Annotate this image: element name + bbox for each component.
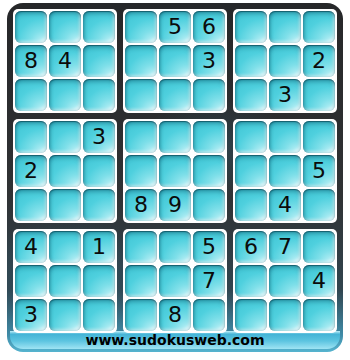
cell-r4c1[interactable] bbox=[15, 121, 47, 153]
box-1: 84 bbox=[13, 9, 117, 113]
cell-r8c6[interactable]: 7 bbox=[193, 265, 225, 297]
cell-r3c5[interactable] bbox=[159, 79, 191, 111]
cell-r7c6[interactable]: 5 bbox=[193, 231, 225, 263]
cell-r4c7[interactable] bbox=[235, 121, 267, 153]
cell-r8c5[interactable] bbox=[159, 265, 191, 297]
cell-r1c5[interactable]: 5 bbox=[159, 11, 191, 43]
cell-r7c1[interactable]: 4 bbox=[15, 231, 47, 263]
cell-r8c7[interactable] bbox=[235, 265, 267, 297]
cell-r6c2[interactable] bbox=[49, 189, 81, 221]
box-2: 563 bbox=[123, 9, 227, 113]
cell-r9c3[interactable] bbox=[83, 299, 115, 331]
cell-r2c1[interactable]: 8 bbox=[15, 45, 47, 77]
cell-r7c5[interactable] bbox=[159, 231, 191, 263]
cell-r1c1[interactable] bbox=[15, 11, 47, 43]
cell-r3c3[interactable] bbox=[83, 79, 115, 111]
cell-r5c3[interactable] bbox=[83, 155, 115, 187]
cell-r7c7[interactable]: 6 bbox=[235, 231, 267, 263]
cell-r8c1[interactable] bbox=[15, 265, 47, 297]
cell-r6c6[interactable] bbox=[193, 189, 225, 221]
box-4: 32 bbox=[13, 119, 117, 223]
cell-r6c4[interactable]: 8 bbox=[125, 189, 157, 221]
cell-r1c7[interactable] bbox=[235, 11, 267, 43]
cell-r3c4[interactable] bbox=[125, 79, 157, 111]
cell-r3c2[interactable] bbox=[49, 79, 81, 111]
cell-r5c8[interactable] bbox=[269, 155, 301, 187]
website-url: www.sudokusweb.com bbox=[85, 331, 264, 349]
cell-r6c3[interactable] bbox=[83, 189, 115, 221]
cell-r2c2[interactable]: 4 bbox=[49, 45, 81, 77]
board: 8456323328954413578674 bbox=[13, 9, 337, 333]
cell-r2c7[interactable] bbox=[235, 45, 267, 77]
cell-r2c4[interactable] bbox=[125, 45, 157, 77]
sudoku-screenshot: www.sudokusweb.com 845632332895441357867… bbox=[0, 0, 350, 360]
cell-r1c3[interactable] bbox=[83, 11, 115, 43]
footer-band: www.sudokusweb.com bbox=[10, 331, 340, 349]
cell-r2c8[interactable] bbox=[269, 45, 301, 77]
cell-r1c8[interactable] bbox=[269, 11, 301, 43]
cell-r8c8[interactable] bbox=[269, 265, 301, 297]
cell-r5c5[interactable] bbox=[159, 155, 191, 187]
cell-r6c9[interactable] bbox=[303, 189, 335, 221]
cell-r5c4[interactable] bbox=[125, 155, 157, 187]
cell-r3c6[interactable] bbox=[193, 79, 225, 111]
cell-r9c1[interactable]: 3 bbox=[15, 299, 47, 331]
cell-r8c4[interactable] bbox=[125, 265, 157, 297]
box-3: 23 bbox=[233, 9, 337, 113]
cell-r9c5[interactable]: 8 bbox=[159, 299, 191, 331]
cell-r8c3[interactable] bbox=[83, 265, 115, 297]
cell-r6c7[interactable] bbox=[235, 189, 267, 221]
cell-r3c8[interactable]: 3 bbox=[269, 79, 301, 111]
cell-r3c7[interactable] bbox=[235, 79, 267, 111]
cell-r5c2[interactable] bbox=[49, 155, 81, 187]
cell-r8c9[interactable]: 4 bbox=[303, 265, 335, 297]
cell-r1c2[interactable] bbox=[49, 11, 81, 43]
cell-r5c1[interactable]: 2 bbox=[15, 155, 47, 187]
cell-r5c6[interactable] bbox=[193, 155, 225, 187]
cell-r2c5[interactable] bbox=[159, 45, 191, 77]
cell-r6c8[interactable]: 4 bbox=[269, 189, 301, 221]
cell-r3c1[interactable] bbox=[15, 79, 47, 111]
cell-r4c3[interactable]: 3 bbox=[83, 121, 115, 153]
cell-r9c6[interactable] bbox=[193, 299, 225, 331]
box-6: 54 bbox=[233, 119, 337, 223]
cell-r1c6[interactable]: 6 bbox=[193, 11, 225, 43]
cell-r4c5[interactable] bbox=[159, 121, 191, 153]
cell-r9c8[interactable] bbox=[269, 299, 301, 331]
cell-r9c9[interactable] bbox=[303, 299, 335, 331]
cell-r3c9[interactable] bbox=[303, 79, 335, 111]
cell-r4c9[interactable] bbox=[303, 121, 335, 153]
box-5: 89 bbox=[123, 119, 227, 223]
cell-r7c2[interactable] bbox=[49, 231, 81, 263]
cell-r9c7[interactable] bbox=[235, 299, 267, 331]
cell-r9c4[interactable] bbox=[125, 299, 157, 331]
cell-r4c8[interactable] bbox=[269, 121, 301, 153]
cell-r6c5[interactable]: 9 bbox=[159, 189, 191, 221]
cell-r5c7[interactable] bbox=[235, 155, 267, 187]
cell-r9c2[interactable] bbox=[49, 299, 81, 331]
cell-r1c9[interactable] bbox=[303, 11, 335, 43]
cell-r2c3[interactable] bbox=[83, 45, 115, 77]
box-8: 578 bbox=[123, 229, 227, 333]
cell-r5c9[interactable]: 5 bbox=[303, 155, 335, 187]
box-7: 413 bbox=[13, 229, 117, 333]
cell-r7c3[interactable]: 1 bbox=[83, 231, 115, 263]
box-9: 674 bbox=[233, 229, 337, 333]
cell-r7c8[interactable]: 7 bbox=[269, 231, 301, 263]
cell-r8c2[interactable] bbox=[49, 265, 81, 297]
cell-r2c9[interactable]: 2 bbox=[303, 45, 335, 77]
cell-r4c2[interactable] bbox=[49, 121, 81, 153]
cell-r1c4[interactable] bbox=[125, 11, 157, 43]
cell-r7c4[interactable] bbox=[125, 231, 157, 263]
cell-r7c9[interactable] bbox=[303, 231, 335, 263]
cell-r6c1[interactable] bbox=[15, 189, 47, 221]
cell-r4c4[interactable] bbox=[125, 121, 157, 153]
cell-r2c6[interactable]: 3 bbox=[193, 45, 225, 77]
cell-r4c6[interactable] bbox=[193, 121, 225, 153]
